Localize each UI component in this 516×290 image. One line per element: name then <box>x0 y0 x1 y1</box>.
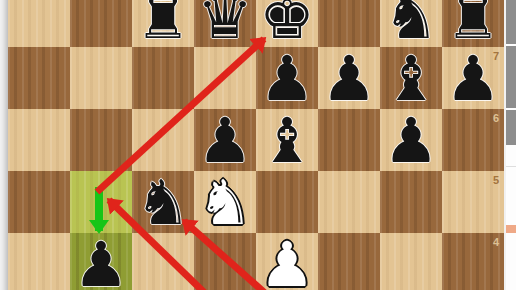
square-f4[interactable] <box>318 233 380 290</box>
square-h6[interactable] <box>442 109 504 171</box>
square-c4[interactable] <box>132 233 194 290</box>
square-f8[interactable] <box>318 0 380 47</box>
square-e8[interactable]: ♚ <box>256 0 318 47</box>
square-f6[interactable] <box>318 109 380 171</box>
square-b4[interactable]: ♟ <box>70 233 132 290</box>
piece-white-knight-d5[interactable]: ♞ <box>197 172 253 234</box>
square-d5[interactable]: ♞ <box>194 171 256 233</box>
square-c7[interactable] <box>132 47 194 109</box>
square-g8[interactable]: ♞ <box>380 0 442 47</box>
piece-black-pawn-f7[interactable]: ♟ <box>321 48 377 110</box>
square-f7[interactable]: ♟ <box>318 47 380 109</box>
square-c5[interactable]: ♞ <box>132 171 194 233</box>
sidebar-gray-segment <box>506 46 516 108</box>
sidebar-highlight-bar <box>506 225 516 233</box>
square-d6[interactable]: ♟ <box>194 109 256 171</box>
piece-black-rook-c8[interactable]: ♜ <box>135 0 191 48</box>
square-e5[interactable] <box>256 171 318 233</box>
square-a7[interactable] <box>8 47 70 109</box>
square-a4[interactable] <box>8 233 70 290</box>
square-g6[interactable]: ♟ <box>380 109 442 171</box>
square-g7[interactable]: ♝ <box>380 47 442 109</box>
square-h4[interactable] <box>442 233 504 290</box>
piece-black-pawn-b4[interactable]: ♟ <box>73 234 129 290</box>
square-a6[interactable] <box>8 109 70 171</box>
square-d8[interactable]: ♛ <box>194 0 256 47</box>
square-e6[interactable]: ♝ <box>256 109 318 171</box>
piece-black-pawn-e7[interactable]: ♟ <box>259 48 315 110</box>
square-b7[interactable] <box>70 47 132 109</box>
square-f5[interactable] <box>318 171 380 233</box>
piece-black-pawn-h7[interactable]: ♟ <box>445 48 501 110</box>
square-b5[interactable] <box>70 171 132 233</box>
piece-black-bishop-g7[interactable]: ♝ <box>383 48 439 110</box>
piece-black-knight-c5[interactable]: ♞ <box>135 172 191 234</box>
side-panel <box>506 0 516 290</box>
square-h7[interactable]: ♟ <box>442 47 504 109</box>
board-viewport: ♜♛♚♞♜♟♟♝♟♟♝♟♞♞♟♟7654 <box>0 0 516 290</box>
square-b6[interactable] <box>70 109 132 171</box>
piece-black-queen-d8[interactable]: ♛ <box>197 0 253 48</box>
square-d4[interactable] <box>194 233 256 290</box>
square-b8[interactable] <box>70 0 132 47</box>
square-h8[interactable]: ♜ <box>442 0 504 47</box>
piece-black-pawn-d6[interactable]: ♟ <box>197 110 253 172</box>
sidebar-gray-segment <box>506 0 516 44</box>
piece-black-pawn-g6[interactable]: ♟ <box>383 110 439 172</box>
square-g4[interactable] <box>380 233 442 290</box>
piece-white-pawn-e4[interactable]: ♟ <box>259 234 315 290</box>
piece-black-king-e8[interactable]: ♚ <box>259 0 315 48</box>
square-e4[interactable]: ♟ <box>256 233 318 290</box>
square-c8[interactable]: ♜ <box>132 0 194 47</box>
square-d7[interactable] <box>194 47 256 109</box>
square-c6[interactable] <box>132 109 194 171</box>
chess-board: ♜♛♚♞♜♟♟♝♟♟♝♟♞♞♟♟7654 <box>8 0 504 290</box>
sidebar-divider <box>506 166 516 167</box>
square-a5[interactable] <box>8 171 70 233</box>
piece-black-knight-g8[interactable]: ♞ <box>383 0 439 48</box>
sidebar-gray-segment <box>506 110 516 145</box>
square-h5[interactable] <box>442 171 504 233</box>
square-e7[interactable]: ♟ <box>256 47 318 109</box>
square-g5[interactable] <box>380 171 442 233</box>
square-a8[interactable] <box>8 0 70 47</box>
piece-black-rook-h8[interactable]: ♜ <box>445 0 501 48</box>
piece-black-bishop-e6[interactable]: ♝ <box>259 110 315 172</box>
